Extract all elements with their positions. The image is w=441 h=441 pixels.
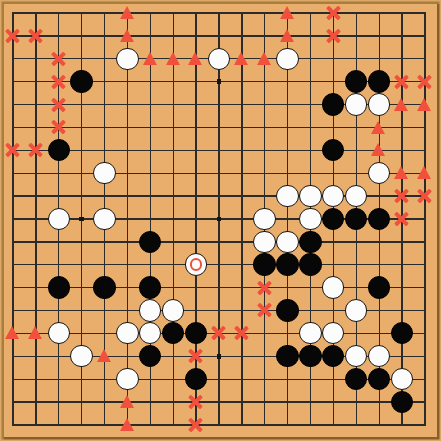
- intersection[interactable]: [207, 345, 230, 368]
- intersection[interactable]: [253, 276, 276, 299]
- intersection[interactable]: [207, 230, 230, 253]
- intersection[interactable]: [24, 345, 47, 368]
- intersection[interactable]: [413, 139, 436, 162]
- intersection[interactable]: [322, 24, 345, 47]
- intersection[interactable]: [162, 345, 185, 368]
- intersection[interactable]: [24, 93, 47, 116]
- intersection[interactable]: [70, 322, 93, 345]
- intersection[interactable]: [299, 253, 322, 276]
- intersection[interactable]: [2, 2, 25, 25]
- intersection[interactable]: [368, 368, 391, 391]
- intersection[interactable]: [70, 413, 93, 436]
- intersection[interactable]: [368, 162, 391, 185]
- intersection[interactable]: [299, 230, 322, 253]
- intersection[interactable]: [345, 47, 368, 70]
- intersection[interactable]: [230, 2, 253, 25]
- intersection[interactable]: [139, 345, 162, 368]
- intersection[interactable]: [322, 162, 345, 185]
- intersection[interactable]: [413, 230, 436, 253]
- intersection[interactable]: [93, 390, 116, 413]
- intersection[interactable]: [24, 70, 47, 93]
- intersection[interactable]: [276, 253, 299, 276]
- intersection[interactable]: [253, 2, 276, 25]
- intersection[interactable]: [24, 390, 47, 413]
- intersection[interactable]: [345, 345, 368, 368]
- intersection[interactable]: [299, 276, 322, 299]
- intersection[interactable]: [345, 116, 368, 139]
- intersection[interactable]: [299, 2, 322, 25]
- intersection[interactable]: [162, 253, 185, 276]
- intersection[interactable]: [230, 413, 253, 436]
- intersection[interactable]: [70, 47, 93, 70]
- intersection[interactable]: [345, 413, 368, 436]
- intersection[interactable]: [390, 139, 413, 162]
- intersection[interactable]: [207, 276, 230, 299]
- intersection[interactable]: [276, 368, 299, 391]
- intersection[interactable]: [368, 390, 391, 413]
- intersection[interactable]: [2, 162, 25, 185]
- intersection[interactable]: [185, 24, 208, 47]
- intersection[interactable]: [139, 276, 162, 299]
- intersection[interactable]: [276, 322, 299, 345]
- intersection[interactable]: [390, 345, 413, 368]
- intersection[interactable]: [299, 413, 322, 436]
- intersection[interactable]: [207, 207, 230, 230]
- intersection[interactable]: [276, 24, 299, 47]
- intersection[interactable]: [276, 207, 299, 230]
- intersection[interactable]: [47, 230, 70, 253]
- intersection[interactable]: [116, 185, 139, 208]
- intersection[interactable]: [47, 93, 70, 116]
- intersection[interactable]: [70, 368, 93, 391]
- intersection[interactable]: [368, 299, 391, 322]
- intersection[interactable]: [207, 299, 230, 322]
- intersection[interactable]: [24, 2, 47, 25]
- intersection[interactable]: [345, 24, 368, 47]
- intersection[interactable]: [230, 47, 253, 70]
- intersection[interactable]: [24, 253, 47, 276]
- intersection[interactable]: [207, 116, 230, 139]
- intersection[interactable]: [162, 93, 185, 116]
- intersection[interactable]: [253, 162, 276, 185]
- intersection[interactable]: [390, 368, 413, 391]
- intersection[interactable]: [93, 185, 116, 208]
- intersection[interactable]: [185, 70, 208, 93]
- intersection[interactable]: [390, 2, 413, 25]
- intersection[interactable]: [322, 207, 345, 230]
- intersection[interactable]: [207, 47, 230, 70]
- intersection[interactable]: [47, 47, 70, 70]
- intersection[interactable]: [368, 207, 391, 230]
- intersection[interactable]: [368, 116, 391, 139]
- intersection[interactable]: [93, 299, 116, 322]
- intersection[interactable]: [70, 185, 93, 208]
- intersection[interactable]: [253, 230, 276, 253]
- intersection[interactable]: [368, 322, 391, 345]
- intersection[interactable]: [93, 47, 116, 70]
- intersection[interactable]: [24, 299, 47, 322]
- intersection[interactable]: [322, 116, 345, 139]
- intersection[interactable]: [47, 139, 70, 162]
- intersection[interactable]: [47, 368, 70, 391]
- intersection[interactable]: [368, 276, 391, 299]
- intersection[interactable]: [116, 2, 139, 25]
- intersection[interactable]: [230, 185, 253, 208]
- intersection[interactable]: [207, 322, 230, 345]
- intersection[interactable]: [70, 162, 93, 185]
- intersection[interactable]: [139, 70, 162, 93]
- intersection[interactable]: [2, 368, 25, 391]
- intersection[interactable]: [299, 70, 322, 93]
- intersection[interactable]: [322, 93, 345, 116]
- intersection[interactable]: [276, 276, 299, 299]
- intersection[interactable]: [93, 162, 116, 185]
- intersection[interactable]: [2, 47, 25, 70]
- intersection[interactable]: [24, 230, 47, 253]
- intersection[interactable]: [139, 207, 162, 230]
- intersection[interactable]: [207, 253, 230, 276]
- intersection[interactable]: [2, 139, 25, 162]
- intersection[interactable]: [162, 299, 185, 322]
- intersection[interactable]: [413, 345, 436, 368]
- intersection[interactable]: [299, 322, 322, 345]
- intersection[interactable]: [24, 322, 47, 345]
- intersection[interactable]: [413, 299, 436, 322]
- intersection[interactable]: [299, 24, 322, 47]
- intersection[interactable]: [299, 47, 322, 70]
- intersection[interactable]: [368, 345, 391, 368]
- intersection[interactable]: [2, 230, 25, 253]
- intersection[interactable]: [322, 253, 345, 276]
- intersection[interactable]: [139, 162, 162, 185]
- intersection[interactable]: [253, 139, 276, 162]
- intersection[interactable]: [162, 322, 185, 345]
- intersection[interactable]: [70, 390, 93, 413]
- intersection[interactable]: [253, 299, 276, 322]
- intersection[interactable]: [2, 299, 25, 322]
- intersection[interactable]: [230, 116, 253, 139]
- intersection[interactable]: [93, 276, 116, 299]
- intersection[interactable]: [70, 93, 93, 116]
- intersection[interactable]: [345, 322, 368, 345]
- intersection[interactable]: [390, 70, 413, 93]
- intersection[interactable]: [47, 413, 70, 436]
- intersection[interactable]: [207, 368, 230, 391]
- intersection[interactable]: [253, 207, 276, 230]
- intersection[interactable]: [116, 368, 139, 391]
- intersection[interactable]: [230, 253, 253, 276]
- intersection[interactable]: [276, 2, 299, 25]
- intersection[interactable]: [368, 70, 391, 93]
- intersection[interactable]: [93, 2, 116, 25]
- intersection[interactable]: [390, 253, 413, 276]
- intersection[interactable]: [253, 93, 276, 116]
- intersection[interactable]: [230, 322, 253, 345]
- intersection[interactable]: [162, 276, 185, 299]
- intersection[interactable]: [185, 368, 208, 391]
- intersection[interactable]: [299, 185, 322, 208]
- intersection[interactable]: [390, 230, 413, 253]
- intersection[interactable]: [139, 47, 162, 70]
- intersection[interactable]: [299, 207, 322, 230]
- intersection[interactable]: [116, 390, 139, 413]
- intersection[interactable]: [413, 116, 436, 139]
- intersection[interactable]: [93, 116, 116, 139]
- intersection[interactable]: [185, 139, 208, 162]
- intersection[interactable]: [47, 390, 70, 413]
- intersection[interactable]: [24, 139, 47, 162]
- intersection[interactable]: [390, 93, 413, 116]
- intersection[interactable]: [70, 139, 93, 162]
- intersection[interactable]: [413, 207, 436, 230]
- intersection[interactable]: [24, 185, 47, 208]
- intersection[interactable]: [253, 116, 276, 139]
- intersection[interactable]: [185, 162, 208, 185]
- intersection[interactable]: [139, 368, 162, 391]
- intersection[interactable]: [2, 413, 25, 436]
- intersection[interactable]: [413, 253, 436, 276]
- intersection[interactable]: [185, 345, 208, 368]
- intersection[interactable]: [345, 299, 368, 322]
- intersection[interactable]: [70, 230, 93, 253]
- intersection[interactable]: [70, 24, 93, 47]
- intersection[interactable]: [253, 390, 276, 413]
- intersection[interactable]: [162, 413, 185, 436]
- intersection[interactable]: [185, 116, 208, 139]
- intersection[interactable]: [322, 299, 345, 322]
- intersection[interactable]: [253, 253, 276, 276]
- intersection[interactable]: [162, 185, 185, 208]
- intersection[interactable]: [390, 207, 413, 230]
- intersection[interactable]: [207, 413, 230, 436]
- intersection[interactable]: [185, 276, 208, 299]
- intersection[interactable]: [207, 2, 230, 25]
- intersection[interactable]: [368, 413, 391, 436]
- intersection[interactable]: [368, 24, 391, 47]
- intersection[interactable]: [230, 139, 253, 162]
- intersection[interactable]: [230, 24, 253, 47]
- intersection[interactable]: [24, 116, 47, 139]
- intersection[interactable]: [116, 139, 139, 162]
- intersection[interactable]: [390, 390, 413, 413]
- intersection[interactable]: [116, 413, 139, 436]
- intersection[interactable]: [139, 93, 162, 116]
- intersection[interactable]: [322, 413, 345, 436]
- intersection[interactable]: [368, 93, 391, 116]
- intersection[interactable]: [24, 368, 47, 391]
- intersection[interactable]: [322, 47, 345, 70]
- intersection[interactable]: [185, 47, 208, 70]
- intersection[interactable]: [345, 390, 368, 413]
- intersection[interactable]: [390, 299, 413, 322]
- intersection[interactable]: [276, 139, 299, 162]
- intersection[interactable]: [47, 276, 70, 299]
- intersection[interactable]: [116, 207, 139, 230]
- intersection[interactable]: [390, 185, 413, 208]
- intersection[interactable]: [139, 185, 162, 208]
- intersection[interactable]: [368, 2, 391, 25]
- intersection[interactable]: [2, 390, 25, 413]
- intersection[interactable]: [390, 116, 413, 139]
- intersection[interactable]: [230, 93, 253, 116]
- intersection[interactable]: [162, 2, 185, 25]
- intersection[interactable]: [162, 368, 185, 391]
- intersection[interactable]: [207, 162, 230, 185]
- intersection[interactable]: [413, 413, 436, 436]
- intersection[interactable]: [47, 24, 70, 47]
- intersection[interactable]: [276, 345, 299, 368]
- intersection[interactable]: [345, 185, 368, 208]
- intersection[interactable]: [413, 162, 436, 185]
- intersection[interactable]: [70, 207, 93, 230]
- intersection[interactable]: [368, 139, 391, 162]
- intersection[interactable]: [390, 276, 413, 299]
- intersection[interactable]: [276, 185, 299, 208]
- intersection[interactable]: [345, 93, 368, 116]
- intersection[interactable]: [2, 345, 25, 368]
- intersection[interactable]: [2, 253, 25, 276]
- intersection[interactable]: [47, 322, 70, 345]
- intersection[interactable]: [276, 47, 299, 70]
- intersection[interactable]: [299, 345, 322, 368]
- intersection[interactable]: [70, 70, 93, 93]
- intersection[interactable]: [47, 2, 70, 25]
- intersection[interactable]: [139, 253, 162, 276]
- intersection[interactable]: [185, 253, 208, 276]
- intersection[interactable]: [162, 162, 185, 185]
- intersection[interactable]: [276, 162, 299, 185]
- intersection[interactable]: [185, 299, 208, 322]
- intersection[interactable]: [116, 24, 139, 47]
- intersection[interactable]: [24, 413, 47, 436]
- intersection[interactable]: [70, 276, 93, 299]
- intersection[interactable]: [413, 390, 436, 413]
- intersection[interactable]: [93, 413, 116, 436]
- intersection[interactable]: [322, 276, 345, 299]
- intersection[interactable]: [230, 162, 253, 185]
- intersection[interactable]: [390, 47, 413, 70]
- intersection[interactable]: [299, 162, 322, 185]
- intersection[interactable]: [413, 185, 436, 208]
- intersection[interactable]: [185, 185, 208, 208]
- intersection[interactable]: [139, 230, 162, 253]
- intersection[interactable]: [2, 185, 25, 208]
- intersection[interactable]: [93, 70, 116, 93]
- intersection[interactable]: [185, 2, 208, 25]
- intersection[interactable]: [253, 70, 276, 93]
- intersection[interactable]: [322, 322, 345, 345]
- intersection[interactable]: [139, 24, 162, 47]
- intersection[interactable]: [47, 70, 70, 93]
- intersection[interactable]: [276, 230, 299, 253]
- intersection[interactable]: [276, 413, 299, 436]
- intersection[interactable]: [93, 368, 116, 391]
- intersection[interactable]: [2, 322, 25, 345]
- intersection[interactable]: [47, 299, 70, 322]
- intersection[interactable]: [207, 70, 230, 93]
- intersection[interactable]: [162, 47, 185, 70]
- intersection[interactable]: [162, 116, 185, 139]
- intersection[interactable]: [345, 70, 368, 93]
- intersection[interactable]: [390, 162, 413, 185]
- intersection[interactable]: [185, 413, 208, 436]
- intersection[interactable]: [139, 299, 162, 322]
- intersection[interactable]: [139, 2, 162, 25]
- intersection[interactable]: [70, 253, 93, 276]
- intersection[interactable]: [253, 322, 276, 345]
- intersection[interactable]: [116, 93, 139, 116]
- intersection[interactable]: [253, 345, 276, 368]
- intersection[interactable]: [93, 322, 116, 345]
- intersection[interactable]: [93, 207, 116, 230]
- intersection[interactable]: [299, 299, 322, 322]
- intersection[interactable]: [47, 162, 70, 185]
- intersection[interactable]: [185, 230, 208, 253]
- intersection[interactable]: [24, 24, 47, 47]
- intersection[interactable]: [299, 93, 322, 116]
- intersection[interactable]: [230, 299, 253, 322]
- intersection[interactable]: [230, 276, 253, 299]
- intersection[interactable]: [116, 230, 139, 253]
- intersection[interactable]: [70, 345, 93, 368]
- intersection[interactable]: [345, 139, 368, 162]
- intersection[interactable]: [368, 253, 391, 276]
- intersection[interactable]: [230, 70, 253, 93]
- intersection[interactable]: [299, 116, 322, 139]
- intersection[interactable]: [276, 93, 299, 116]
- intersection[interactable]: [413, 322, 436, 345]
- intersection[interactable]: [185, 207, 208, 230]
- intersection[interactable]: [93, 24, 116, 47]
- intersection[interactable]: [345, 253, 368, 276]
- intersection[interactable]: [70, 299, 93, 322]
- intersection[interactable]: [116, 322, 139, 345]
- intersection[interactable]: [162, 207, 185, 230]
- intersection[interactable]: [253, 24, 276, 47]
- intersection[interactable]: [116, 70, 139, 93]
- intersection[interactable]: [2, 207, 25, 230]
- intersection[interactable]: [116, 276, 139, 299]
- intersection[interactable]: [47, 185, 70, 208]
- intersection[interactable]: [322, 139, 345, 162]
- intersection[interactable]: [299, 139, 322, 162]
- intersection[interactable]: [162, 139, 185, 162]
- intersection[interactable]: [47, 253, 70, 276]
- intersection[interactable]: [70, 116, 93, 139]
- intersection[interactable]: [116, 116, 139, 139]
- intersection[interactable]: [390, 24, 413, 47]
- intersection[interactable]: [413, 70, 436, 93]
- intersection[interactable]: [24, 276, 47, 299]
- intersection[interactable]: [345, 207, 368, 230]
- intersection[interactable]: [47, 345, 70, 368]
- intersection[interactable]: [276, 390, 299, 413]
- intersection[interactable]: [2, 276, 25, 299]
- intersection[interactable]: [345, 2, 368, 25]
- intersection[interactable]: [2, 24, 25, 47]
- intersection[interactable]: [368, 185, 391, 208]
- intersection[interactable]: [116, 345, 139, 368]
- intersection[interactable]: [345, 230, 368, 253]
- intersection[interactable]: [116, 253, 139, 276]
- intersection[interactable]: [139, 116, 162, 139]
- intersection[interactable]: [413, 276, 436, 299]
- intersection[interactable]: [93, 345, 116, 368]
- intersection[interactable]: [207, 185, 230, 208]
- intersection[interactable]: [413, 2, 436, 25]
- intersection[interactable]: [139, 322, 162, 345]
- intersection[interactable]: [230, 207, 253, 230]
